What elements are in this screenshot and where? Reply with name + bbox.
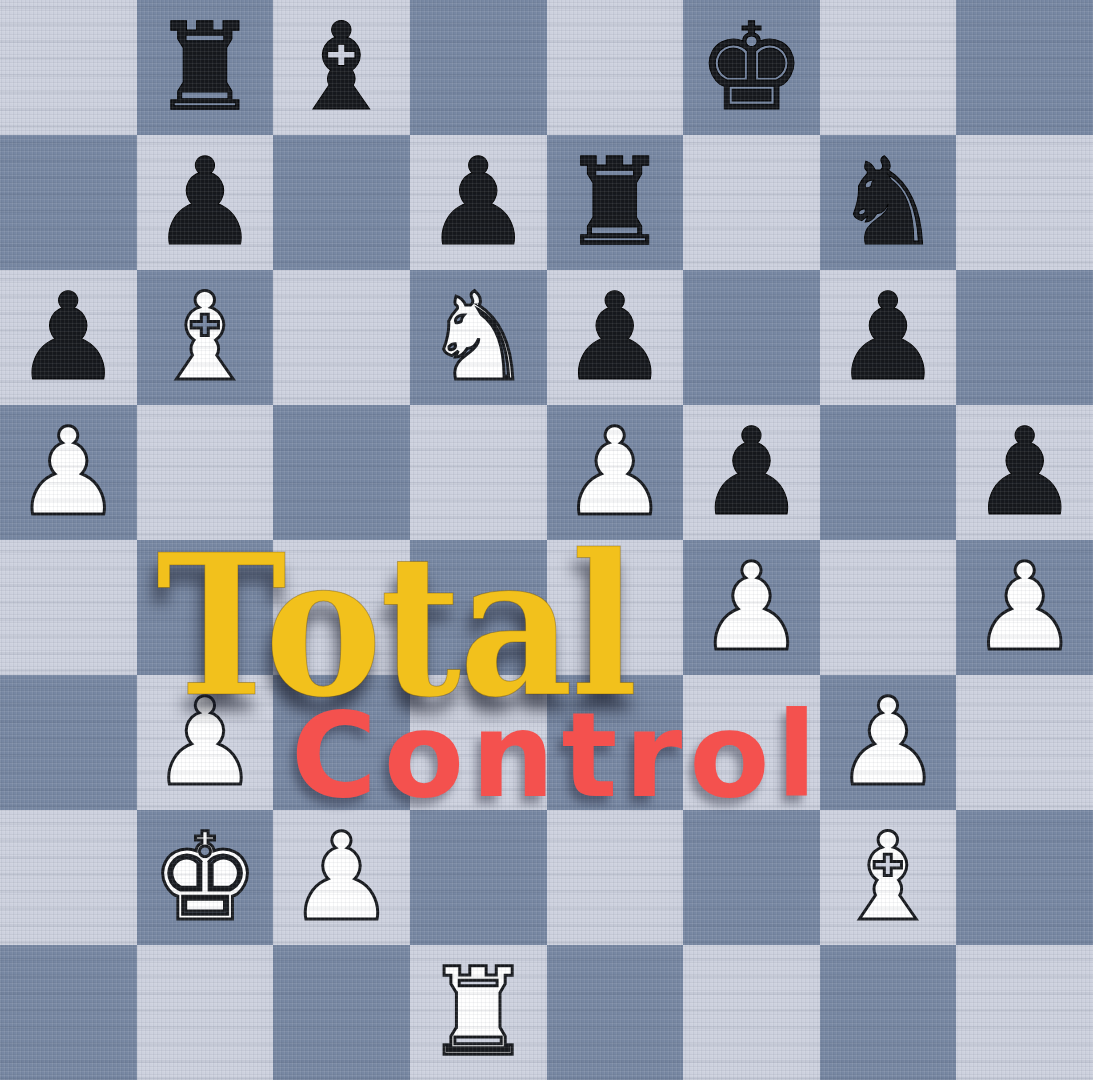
square-g6[interactable]: ♟ [820, 270, 957, 405]
square-f7[interactable] [683, 135, 820, 270]
square-h3[interactable] [956, 675, 1093, 810]
square-a5[interactable]: ♟ [0, 405, 137, 540]
piece-white-pawn: ♟ [561, 412, 669, 533]
square-f6[interactable] [683, 270, 820, 405]
square-b4[interactable] [137, 540, 274, 675]
square-b6[interactable]: ♝ [137, 270, 274, 405]
square-d8[interactable] [410, 0, 547, 135]
square-a3[interactable] [0, 675, 137, 810]
square-g7[interactable]: ♞ [820, 135, 957, 270]
square-c7[interactable] [273, 135, 410, 270]
piece-white-pawn: ♟ [834, 682, 942, 803]
piece-black-bishop: ♝ [287, 7, 395, 128]
chessboard: ♜♝♚♟♟♜♞♟♝♞♟♟♟♟♟♟♟♟♟♟♚♟♝♜ [0, 0, 1093, 1080]
square-b1[interactable] [137, 945, 274, 1080]
piece-white-rook: ♜ [424, 952, 532, 1073]
square-f1[interactable] [683, 945, 820, 1080]
chess-thumbnail: ♜♝♚♟♟♜♞♟♝♞♟♟♟♟♟♟♟♟♟♟♚♟♝♜ Total Control [0, 0, 1093, 1080]
piece-white-pawn: ♟ [287, 817, 395, 938]
square-h4[interactable]: ♟ [956, 540, 1093, 675]
square-e3[interactable] [547, 675, 684, 810]
square-d2[interactable] [410, 810, 547, 945]
square-a4[interactable] [0, 540, 137, 675]
square-h5[interactable]: ♟ [956, 405, 1093, 540]
square-d1[interactable]: ♜ [410, 945, 547, 1080]
square-d5[interactable] [410, 405, 547, 540]
piece-black-king: ♚ [697, 7, 805, 128]
square-h8[interactable] [956, 0, 1093, 135]
square-e8[interactable] [547, 0, 684, 135]
square-d3[interactable] [410, 675, 547, 810]
piece-black-pawn: ♟ [14, 277, 122, 398]
square-f8[interactable]: ♚ [683, 0, 820, 135]
square-e1[interactable] [547, 945, 684, 1080]
piece-black-pawn: ♟ [561, 277, 669, 398]
piece-black-pawn: ♟ [834, 277, 942, 398]
square-g2[interactable]: ♝ [820, 810, 957, 945]
square-a2[interactable] [0, 810, 137, 945]
square-d4[interactable] [410, 540, 547, 675]
piece-black-pawn: ♟ [970, 412, 1078, 533]
square-c2[interactable]: ♟ [273, 810, 410, 945]
square-d6[interactable]: ♞ [410, 270, 547, 405]
square-e5[interactable]: ♟ [547, 405, 684, 540]
piece-black-pawn: ♟ [697, 412, 805, 533]
square-c6[interactable] [273, 270, 410, 405]
piece-white-knight: ♞ [424, 277, 532, 398]
square-b7[interactable]: ♟ [137, 135, 274, 270]
square-f3[interactable] [683, 675, 820, 810]
square-b5[interactable] [137, 405, 274, 540]
square-g5[interactable] [820, 405, 957, 540]
square-h2[interactable] [956, 810, 1093, 945]
piece-white-pawn: ♟ [970, 547, 1078, 668]
square-h1[interactable] [956, 945, 1093, 1080]
square-f2[interactable] [683, 810, 820, 945]
piece-black-knight: ♞ [834, 142, 942, 263]
square-b3[interactable]: ♟ [137, 675, 274, 810]
square-f5[interactable]: ♟ [683, 405, 820, 540]
square-c8[interactable]: ♝ [273, 0, 410, 135]
square-a1[interactable] [0, 945, 137, 1080]
square-e2[interactable] [547, 810, 684, 945]
square-a7[interactable] [0, 135, 137, 270]
square-f4[interactable]: ♟ [683, 540, 820, 675]
square-g1[interactable] [820, 945, 957, 1080]
square-c4[interactable] [273, 540, 410, 675]
square-h6[interactable] [956, 270, 1093, 405]
square-c5[interactable] [273, 405, 410, 540]
square-g3[interactable]: ♟ [820, 675, 957, 810]
square-b8[interactable]: ♜ [137, 0, 274, 135]
square-d7[interactable]: ♟ [410, 135, 547, 270]
square-h7[interactable] [956, 135, 1093, 270]
square-c3[interactable] [273, 675, 410, 810]
piece-white-pawn: ♟ [14, 412, 122, 533]
square-e7[interactable]: ♜ [547, 135, 684, 270]
piece-black-pawn: ♟ [424, 142, 532, 263]
piece-white-king: ♚ [151, 817, 259, 938]
square-c1[interactable] [273, 945, 410, 1080]
piece-white-pawn: ♟ [697, 547, 805, 668]
square-b2[interactable]: ♚ [137, 810, 274, 945]
piece-white-bishop: ♝ [151, 277, 259, 398]
square-a8[interactable] [0, 0, 137, 135]
square-e6[interactable]: ♟ [547, 270, 684, 405]
piece-black-rook: ♜ [151, 7, 259, 128]
piece-black-rook: ♜ [561, 142, 669, 263]
piece-white-bishop: ♝ [834, 817, 942, 938]
piece-black-pawn: ♟ [151, 142, 259, 263]
square-g8[interactable] [820, 0, 957, 135]
square-a6[interactable]: ♟ [0, 270, 137, 405]
piece-white-pawn: ♟ [151, 682, 259, 803]
square-g4[interactable] [820, 540, 957, 675]
square-e4[interactable] [547, 540, 684, 675]
